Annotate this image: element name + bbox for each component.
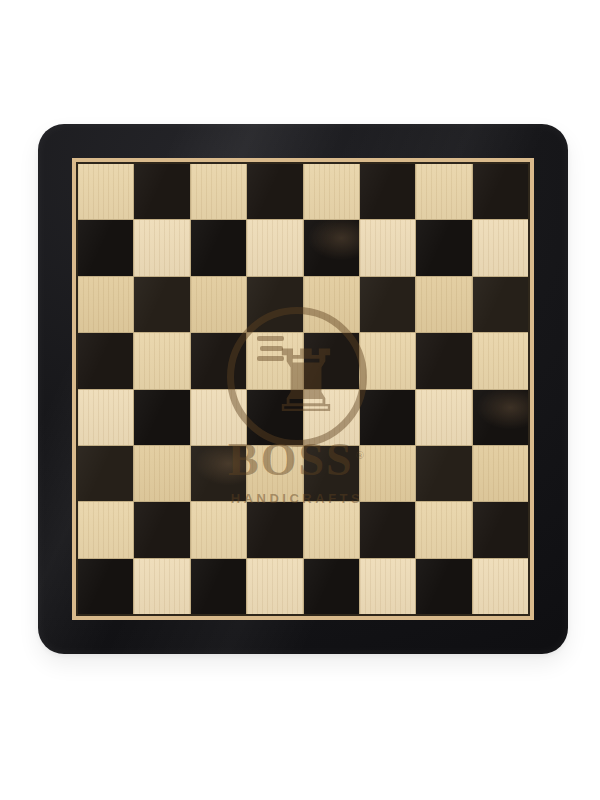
- square-e3[interactable]: [304, 446, 359, 501]
- square-h7[interactable]: [473, 220, 528, 275]
- square-f3[interactable]: [360, 446, 415, 501]
- square-f4[interactable]: [360, 390, 415, 445]
- square-a8[interactable]: [78, 164, 133, 219]
- square-a4[interactable]: [78, 390, 133, 445]
- square-d1[interactable]: [247, 559, 302, 614]
- square-d7[interactable]: [247, 220, 302, 275]
- square-g3[interactable]: [416, 446, 471, 501]
- square-a6[interactable]: [78, 277, 133, 332]
- square-c2[interactable]: [191, 502, 246, 557]
- square-d5[interactable]: [247, 333, 302, 388]
- square-a1[interactable]: [78, 559, 133, 614]
- board-inner-seam: [76, 162, 530, 616]
- board-pinstripe-frame: [72, 158, 534, 620]
- square-e4[interactable]: [304, 390, 359, 445]
- square-g1[interactable]: [416, 559, 471, 614]
- square-f7[interactable]: [360, 220, 415, 275]
- square-c7[interactable]: [191, 220, 246, 275]
- square-e8[interactable]: [304, 164, 359, 219]
- square-g2[interactable]: [416, 502, 471, 557]
- square-f1[interactable]: [360, 559, 415, 614]
- square-e1[interactable]: [304, 559, 359, 614]
- square-h5[interactable]: [473, 333, 528, 388]
- square-g4[interactable]: [416, 390, 471, 445]
- chess-board[interactable]: ♜ BOSS® HANDICRAFTS: [38, 124, 568, 654]
- square-e5[interactable]: [304, 333, 359, 388]
- square-b3[interactable]: [134, 446, 189, 501]
- square-h6[interactable]: [473, 277, 528, 332]
- square-h3[interactable]: [473, 446, 528, 501]
- square-h4[interactable]: [473, 390, 528, 445]
- square-b2[interactable]: [134, 502, 189, 557]
- square-c5[interactable]: [191, 333, 246, 388]
- square-b4[interactable]: [134, 390, 189, 445]
- square-c6[interactable]: [191, 277, 246, 332]
- square-e6[interactable]: [304, 277, 359, 332]
- board-grid: [78, 164, 528, 614]
- square-f6[interactable]: [360, 277, 415, 332]
- square-e7[interactable]: [304, 220, 359, 275]
- square-g5[interactable]: [416, 333, 471, 388]
- square-h1[interactable]: [473, 559, 528, 614]
- square-d3[interactable]: [247, 446, 302, 501]
- square-a3[interactable]: [78, 446, 133, 501]
- square-b6[interactable]: [134, 277, 189, 332]
- square-e2[interactable]: [304, 502, 359, 557]
- square-b5[interactable]: [134, 333, 189, 388]
- product-photo-canvas: ♜ BOSS® HANDICRAFTS: [0, 0, 600, 800]
- square-g6[interactable]: [416, 277, 471, 332]
- square-f8[interactable]: [360, 164, 415, 219]
- square-c1[interactable]: [191, 559, 246, 614]
- square-b8[interactable]: [134, 164, 189, 219]
- square-b1[interactable]: [134, 559, 189, 614]
- square-d8[interactable]: [247, 164, 302, 219]
- square-c4[interactable]: [191, 390, 246, 445]
- square-a7[interactable]: [78, 220, 133, 275]
- square-g7[interactable]: [416, 220, 471, 275]
- square-g8[interactable]: [416, 164, 471, 219]
- square-f2[interactable]: [360, 502, 415, 557]
- square-d6[interactable]: [247, 277, 302, 332]
- square-f5[interactable]: [360, 333, 415, 388]
- square-h8[interactable]: [473, 164, 528, 219]
- square-c8[interactable]: [191, 164, 246, 219]
- square-d2[interactable]: [247, 502, 302, 557]
- square-c3[interactable]: [191, 446, 246, 501]
- square-h2[interactable]: [473, 502, 528, 557]
- square-a2[interactable]: [78, 502, 133, 557]
- square-a5[interactable]: [78, 333, 133, 388]
- square-b7[interactable]: [134, 220, 189, 275]
- square-d4[interactable]: [247, 390, 302, 445]
